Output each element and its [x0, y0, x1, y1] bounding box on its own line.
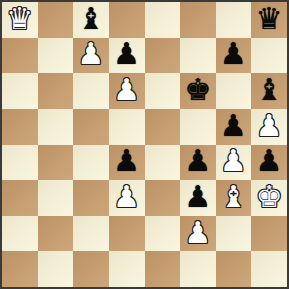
square-e8[interactable] [145, 2, 181, 38]
square-e3[interactable] [145, 180, 181, 216]
square-e4[interactable] [145, 145, 181, 181]
square-c2[interactable] [73, 216, 109, 252]
square-c8[interactable]: ♝ [73, 2, 109, 38]
square-f5[interactable] [180, 109, 216, 145]
square-d6[interactable]: ♟ [109, 73, 145, 109]
piece-white-pawn-d6[interactable]: ♟ [113, 75, 140, 105]
square-h3[interactable]: ♚ [251, 180, 287, 216]
piece-black-pawn-f4[interactable]: ♟ [184, 146, 211, 176]
piece-black-pawn-d4[interactable]: ♟ [113, 146, 140, 176]
square-e6[interactable] [145, 73, 181, 109]
square-b2[interactable] [38, 216, 74, 252]
piece-black-pawn-g5[interactable]: ♟ [220, 111, 247, 141]
square-h1[interactable] [251, 251, 287, 287]
square-f7[interactable] [180, 38, 216, 74]
square-h2[interactable] [251, 216, 287, 252]
piece-black-bishop-c8[interactable]: ♝ [78, 4, 105, 34]
piece-white-queen-a8[interactable]: ♛ [6, 4, 33, 34]
square-b7[interactable] [38, 38, 74, 74]
square-h8[interactable]: ♛ [251, 2, 287, 38]
piece-white-pawn-c7[interactable]: ♟ [78, 39, 105, 69]
square-g6[interactable] [216, 73, 252, 109]
square-e2[interactable] [145, 216, 181, 252]
square-e1[interactable] [145, 251, 181, 287]
square-h4[interactable]: ♟ [251, 145, 287, 181]
square-b1[interactable] [38, 251, 74, 287]
square-g8[interactable] [216, 2, 252, 38]
square-d3[interactable]: ♟ [109, 180, 145, 216]
square-h5[interactable]: ♟ [251, 109, 287, 145]
square-c7[interactable]: ♟ [73, 38, 109, 74]
square-c6[interactable] [73, 73, 109, 109]
square-a6[interactable] [2, 73, 38, 109]
piece-black-bishop-h6[interactable]: ♝ [256, 75, 283, 105]
square-f6[interactable]: ♚ [180, 73, 216, 109]
piece-white-pawn-h5[interactable]: ♟ [256, 111, 283, 141]
square-f4[interactable]: ♟ [180, 145, 216, 181]
square-g2[interactable] [216, 216, 252, 252]
square-d1[interactable] [109, 251, 145, 287]
piece-white-pawn-f2[interactable]: ♟ [184, 218, 211, 248]
square-a8[interactable]: ♛ [2, 2, 38, 38]
square-d8[interactable] [109, 2, 145, 38]
square-d5[interactable] [109, 109, 145, 145]
square-f8[interactable] [180, 2, 216, 38]
square-b3[interactable] [38, 180, 74, 216]
piece-black-pawn-f3[interactable]: ♟ [184, 182, 211, 212]
square-a2[interactable] [2, 216, 38, 252]
square-b5[interactable] [38, 109, 74, 145]
piece-black-pawn-h4[interactable]: ♟ [256, 146, 283, 176]
square-c5[interactable] [73, 109, 109, 145]
square-a5[interactable] [2, 109, 38, 145]
square-g5[interactable]: ♟ [216, 109, 252, 145]
piece-white-king-h3[interactable]: ♚ [256, 182, 283, 212]
square-f1[interactable] [180, 251, 216, 287]
square-c4[interactable] [73, 145, 109, 181]
square-a1[interactable] [2, 251, 38, 287]
square-h6[interactable]: ♝ [251, 73, 287, 109]
square-e5[interactable] [145, 109, 181, 145]
square-f3[interactable]: ♟ [180, 180, 216, 216]
square-g4[interactable]: ♟ [216, 145, 252, 181]
square-a7[interactable] [2, 38, 38, 74]
square-c3[interactable] [73, 180, 109, 216]
square-b6[interactable] [38, 73, 74, 109]
square-h7[interactable] [251, 38, 287, 74]
square-d2[interactable] [109, 216, 145, 252]
piece-white-pawn-d3[interactable]: ♟ [113, 182, 140, 212]
square-d7[interactable]: ♟ [109, 38, 145, 74]
square-e7[interactable] [145, 38, 181, 74]
square-f2[interactable]: ♟ [180, 216, 216, 252]
square-g1[interactable] [216, 251, 252, 287]
square-g3[interactable]: ♝ [216, 180, 252, 216]
square-a3[interactable] [2, 180, 38, 216]
piece-black-pawn-d7[interactable]: ♟ [113, 39, 140, 69]
square-d4[interactable]: ♟ [109, 145, 145, 181]
square-b8[interactable] [38, 2, 74, 38]
piece-black-queen-h8[interactable]: ♛ [256, 4, 283, 34]
square-b4[interactable] [38, 145, 74, 181]
piece-black-king-f6[interactable]: ♚ [184, 75, 211, 105]
square-a4[interactable] [2, 145, 38, 181]
square-g7[interactable]: ♟ [216, 38, 252, 74]
piece-white-pawn-g4[interactable]: ♟ [220, 146, 247, 176]
piece-black-pawn-g7[interactable]: ♟ [220, 39, 247, 69]
chess-board: ♛♝♛♟♟♟♟♚♝♟♟♟♟♟♟♟♟♝♚♟ [0, 0, 289, 289]
square-c1[interactable] [73, 251, 109, 287]
piece-white-bishop-g3[interactable]: ♝ [220, 182, 247, 212]
